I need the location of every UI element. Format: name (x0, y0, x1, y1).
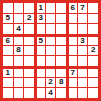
cell-r8c9-empty[interactable] (88, 78, 98, 88)
cell-r3c2-given-4[interactable]: 4 (14, 24, 24, 34)
cell-r8c8-empty[interactable] (78, 78, 88, 88)
cell-r7c3-empty[interactable] (24, 67, 34, 77)
cell-r1c5-empty[interactable] (46, 3, 56, 13)
cell-r7c5-empty[interactable] (46, 67, 56, 77)
cell-r7c4-empty[interactable] (35, 67, 45, 77)
cell-r9c3-empty[interactable] (24, 88, 34, 98)
cell-r5c2-given-8[interactable]: 8 (14, 46, 24, 56)
cell-r9c7-empty[interactable] (67, 88, 77, 98)
cell-r6c1-empty[interactable] (3, 56, 13, 66)
cell-r4c9-empty[interactable] (88, 35, 98, 45)
cell-r3c5-empty[interactable] (46, 24, 56, 34)
cell-r9c1-empty[interactable] (3, 88, 13, 98)
cell-r2c9-empty[interactable] (88, 14, 98, 24)
cell-r3c6-empty[interactable] (56, 24, 66, 34)
cell-r6c8-empty[interactable] (78, 56, 88, 66)
cell-r8c5-given-2[interactable]: 2 (46, 78, 56, 88)
cell-r4c2-empty[interactable] (14, 35, 24, 45)
cell-r7c7-given-7[interactable]: 7 (67, 67, 77, 77)
cell-r2c4-given-3[interactable]: 3 (35, 14, 45, 24)
cell-r6c9-empty[interactable] (88, 56, 98, 66)
cell-r3c4-empty[interactable] (35, 24, 45, 34)
cell-r7c1-given-1[interactable]: 1 (3, 67, 13, 77)
cell-r3c1-empty[interactable] (3, 24, 13, 34)
cell-r1c2-empty[interactable] (14, 3, 24, 13)
cell-r2c8-empty[interactable] (78, 14, 88, 24)
cell-r2c3-given-2[interactable]: 2 (24, 14, 34, 24)
cell-r2c5-empty[interactable] (46, 14, 56, 24)
cell-r5c3-empty[interactable] (24, 46, 34, 56)
cell-r9c8-empty[interactable] (78, 88, 88, 98)
cell-r6c5-empty[interactable] (46, 56, 56, 66)
cell-r8c1-empty[interactable] (3, 78, 13, 88)
cell-r4c1-given-6[interactable]: 6 (3, 35, 13, 45)
cell-r6c3-empty[interactable] (24, 56, 34, 66)
cell-r1c9-empty[interactable] (88, 3, 98, 13)
cell-r8c6-given-8[interactable]: 8 (56, 78, 66, 88)
cell-r1c1-empty[interactable] (3, 3, 13, 13)
cell-r8c4-empty[interactable] (35, 78, 45, 88)
cell-r1c4-given-1[interactable]: 1 (35, 3, 45, 13)
cell-r7c2-empty[interactable] (14, 67, 24, 77)
cell-r8c2-empty[interactable] (14, 78, 24, 88)
cell-r7c6-empty[interactable] (56, 67, 66, 77)
cell-r7c8-empty[interactable] (78, 67, 88, 77)
cell-r2c7-empty[interactable] (67, 14, 77, 24)
sudoku-board: 16752346538217284 (0, 0, 101, 101)
cell-r3c9-empty[interactable] (88, 24, 98, 34)
cell-r9c9-empty[interactable] (88, 88, 98, 98)
cell-r3c3-empty[interactable] (24, 24, 34, 34)
cell-r9c2-empty[interactable] (14, 88, 24, 98)
cell-r6c7-empty[interactable] (67, 56, 77, 66)
cell-r8c7-empty[interactable] (67, 78, 77, 88)
cell-r5c8-empty[interactable] (78, 46, 88, 56)
cell-r3c8-empty[interactable] (78, 24, 88, 34)
cell-r4c6-empty[interactable] (56, 35, 66, 45)
cell-r6c2-empty[interactable] (14, 56, 24, 66)
cell-r6c4-empty[interactable] (35, 56, 45, 66)
cell-r1c6-empty[interactable] (56, 3, 66, 13)
cell-r5c7-empty[interactable] (67, 46, 77, 56)
cell-r4c4-given-5[interactable]: 5 (35, 35, 45, 45)
cell-r7c9-empty[interactable] (88, 67, 98, 77)
cell-r9c6-empty[interactable] (56, 88, 66, 98)
cell-r2c1-given-5[interactable]: 5 (3, 14, 13, 24)
cell-r5c6-empty[interactable] (56, 46, 66, 56)
cell-r4c8-given-3[interactable]: 3 (78, 35, 88, 45)
cell-r9c4-empty[interactable] (35, 88, 45, 98)
cell-r6c6-empty[interactable] (56, 56, 66, 66)
cell-r5c1-empty[interactable] (3, 46, 13, 56)
cell-r4c7-empty[interactable] (67, 35, 77, 45)
cell-r2c6-empty[interactable] (56, 14, 66, 24)
cell-r5c5-empty[interactable] (46, 46, 56, 56)
cell-r9c5-given-4[interactable]: 4 (46, 88, 56, 98)
cell-r2c2-empty[interactable] (14, 14, 24, 24)
cell-r3c7-empty[interactable] (67, 24, 77, 34)
cell-r5c4-empty[interactable] (35, 46, 45, 56)
cell-r1c3-empty[interactable] (24, 3, 34, 13)
cell-r5c9-given-2[interactable]: 2 (88, 46, 98, 56)
cell-r1c8-given-7[interactable]: 7 (78, 3, 88, 13)
cell-r8c3-empty[interactable] (24, 78, 34, 88)
cell-r4c3-empty[interactable] (24, 35, 34, 45)
cell-r1c7-given-6[interactable]: 6 (67, 3, 77, 13)
cell-r4c5-empty[interactable] (46, 35, 56, 45)
